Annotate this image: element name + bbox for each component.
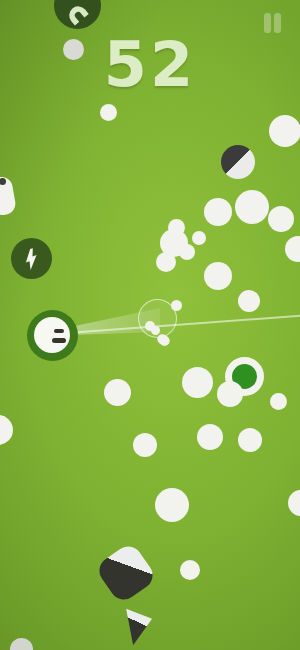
mini-dot <box>151 326 160 335</box>
score: 52 <box>0 28 300 101</box>
white-dot <box>104 379 131 406</box>
player-eye <box>52 338 66 343</box>
white-dot <box>217 381 243 407</box>
white-dot <box>204 262 232 290</box>
magnet-icon <box>64 1 91 28</box>
white-dot <box>100 104 117 121</box>
white-dot <box>268 206 294 232</box>
player-face <box>34 317 70 353</box>
white-dot <box>269 115 300 147</box>
cluster-blob <box>192 231 206 245</box>
bolt-powerup-button[interactable] <box>11 238 52 279</box>
gray-dot <box>10 638 33 650</box>
half-black-dot <box>221 145 255 179</box>
player-blob <box>27 310 78 361</box>
white-dot <box>180 560 200 580</box>
white-dot <box>285 236 300 262</box>
edge-blob <box>0 415 13 445</box>
white-dot <box>155 488 189 522</box>
player-eye <box>54 329 64 333</box>
mini-dot <box>171 300 182 311</box>
white-dot <box>182 367 213 398</box>
white-dot <box>133 433 157 457</box>
game-screen[interactable]: 52 <box>0 0 300 650</box>
white-dot <box>288 490 300 516</box>
white-dot <box>270 393 287 410</box>
white-dot <box>238 290 260 312</box>
cluster-blob <box>156 252 176 272</box>
cluster-blob <box>179 244 195 260</box>
white-dot <box>197 424 223 450</box>
white-dot <box>235 190 269 224</box>
white-dot <box>204 198 232 226</box>
white-dot <box>238 428 262 452</box>
triangle-piece <box>121 606 153 646</box>
square-piece <box>94 541 158 605</box>
blob-notch <box>0 178 6 185</box>
lightning-bolt-icon <box>21 248 43 270</box>
